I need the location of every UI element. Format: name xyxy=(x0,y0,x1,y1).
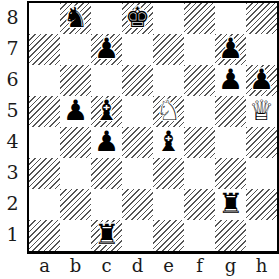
square-c4[interactable]: ♟♟ xyxy=(91,127,122,158)
square-f7[interactable] xyxy=(184,34,215,65)
square-d8[interactable]: ♚♚ xyxy=(122,3,153,34)
file-labels: abcdefgh xyxy=(29,254,277,278)
square-h4[interactable] xyxy=(246,127,277,158)
square-a7[interactable] xyxy=(29,34,60,65)
black-rook-glyph: ♜ xyxy=(91,220,122,251)
square-b4[interactable] xyxy=(60,127,91,158)
square-f5[interactable] xyxy=(184,96,215,127)
square-g4[interactable] xyxy=(215,127,246,158)
piece-black-rook-c1[interactable]: ♜♜ xyxy=(91,220,122,251)
piece-halo: ♜ xyxy=(91,220,122,251)
square-b8[interactable]: ♞♞ xyxy=(60,3,91,34)
piece-halo: ♝ xyxy=(153,127,184,158)
black-knight-glyph: ♞ xyxy=(60,3,91,34)
piece-halo: ♞ xyxy=(153,96,184,127)
rank-label-6: 6 xyxy=(0,64,25,95)
piece-black-pawn-h6[interactable]: ♟♟ xyxy=(246,65,277,96)
piece-halo: ♟ xyxy=(91,127,122,158)
square-e1[interactable] xyxy=(153,220,184,251)
square-a6[interactable] xyxy=(29,65,60,96)
piece-halo: ♟ xyxy=(215,65,246,96)
square-e3[interactable] xyxy=(153,158,184,189)
black-pawn-glyph: ♟ xyxy=(215,65,246,96)
file-label-e: e xyxy=(153,254,184,278)
piece-halo: ♟ xyxy=(60,96,91,127)
square-a2[interactable] xyxy=(29,189,60,220)
black-pawn-glyph: ♟ xyxy=(215,34,246,65)
square-h7[interactable] xyxy=(246,34,277,65)
square-c1[interactable]: ♜♜ xyxy=(91,220,122,251)
square-f6[interactable] xyxy=(184,65,215,96)
black-king-glyph: ♚ xyxy=(122,3,153,34)
file-label-c: c xyxy=(91,254,122,278)
square-c6[interactable] xyxy=(91,65,122,96)
rank-label-1: 1 xyxy=(0,219,25,250)
square-c7[interactable]: ♟♟ xyxy=(91,34,122,65)
rank-label-2: 2 xyxy=(0,188,25,219)
piece-halo: ♞ xyxy=(60,3,91,34)
black-pawn-glyph: ♟ xyxy=(60,96,91,127)
square-g3[interactable] xyxy=(215,158,246,189)
piece-halo: ♟ xyxy=(215,34,246,65)
square-d4[interactable] xyxy=(122,127,153,158)
square-h8[interactable] xyxy=(246,3,277,34)
rank-label-7: 7 xyxy=(0,33,25,64)
square-f8[interactable] xyxy=(184,3,215,34)
piece-black-king-d8[interactable]: ♚♚ xyxy=(122,3,153,34)
square-a3[interactable] xyxy=(29,158,60,189)
black-pawn-glyph: ♟ xyxy=(246,65,277,96)
square-c8[interactable] xyxy=(91,3,122,34)
square-c5[interactable]: ♝♝ xyxy=(91,96,122,127)
piece-halo: ♜ xyxy=(215,189,246,220)
square-d1[interactable] xyxy=(122,220,153,251)
black-bishop-glyph: ♝ xyxy=(91,96,122,127)
square-a4[interactable] xyxy=(29,127,60,158)
square-b5[interactable]: ♟♟ xyxy=(60,96,91,127)
black-rook-glyph: ♜ xyxy=(215,189,246,220)
square-f3[interactable] xyxy=(184,158,215,189)
square-g2[interactable]: ♜♜ xyxy=(215,189,246,220)
square-b2[interactable] xyxy=(60,189,91,220)
file-label-b: b xyxy=(60,254,91,278)
chess-diagram: 87654321 ♞♞♚♚♟♟♟♟♟♟♟♟♟♟♝♝♞♘♛♕♟♟♝♝♜♜♜♜ ab… xyxy=(0,0,279,279)
square-h6[interactable]: ♟♟ xyxy=(246,65,277,96)
square-e6[interactable] xyxy=(153,65,184,96)
square-c3[interactable] xyxy=(91,158,122,189)
square-e7[interactable] xyxy=(153,34,184,65)
square-h3[interactable] xyxy=(246,158,277,189)
rank-label-3: 3 xyxy=(0,157,25,188)
piece-black-knight-b8[interactable]: ♞♞ xyxy=(60,3,91,34)
piece-halo: ♛ xyxy=(246,96,277,127)
square-g7[interactable]: ♟♟ xyxy=(215,34,246,65)
rank-label-4: 4 xyxy=(0,126,25,157)
white-knight-glyph: ♘ xyxy=(153,96,184,127)
piece-black-pawn-c4[interactable]: ♟♟ xyxy=(91,127,122,158)
square-b3[interactable] xyxy=(60,158,91,189)
square-b1[interactable] xyxy=(60,220,91,251)
white-queen-glyph: ♕ xyxy=(246,96,277,127)
square-e8[interactable] xyxy=(153,3,184,34)
square-d5[interactable] xyxy=(122,96,153,127)
square-g8[interactable] xyxy=(215,3,246,34)
piece-white-knight-e5[interactable]: ♞♘ xyxy=(153,96,184,127)
piece-black-pawn-b5[interactable]: ♟♟ xyxy=(60,96,91,127)
file-label-h: h xyxy=(246,254,277,278)
square-f2[interactable] xyxy=(184,189,215,220)
square-d7[interactable] xyxy=(122,34,153,65)
square-f1[interactable] xyxy=(184,220,215,251)
square-f4[interactable] xyxy=(184,127,215,158)
piece-black-bishop-e4[interactable]: ♝♝ xyxy=(153,127,184,158)
square-a8[interactable] xyxy=(29,3,60,34)
square-h1[interactable] xyxy=(246,220,277,251)
square-d2[interactable] xyxy=(122,189,153,220)
chess-board: ♞♞♚♚♟♟♟♟♟♟♟♟♟♟♝♝♞♘♛♕♟♟♝♝♜♜♜♜ xyxy=(27,1,279,254)
square-c2[interactable] xyxy=(91,189,122,220)
black-bishop-glyph: ♝ xyxy=(153,127,184,158)
square-g5[interactable] xyxy=(215,96,246,127)
piece-halo: ♚ xyxy=(122,3,153,34)
square-d3[interactable] xyxy=(122,158,153,189)
square-b7[interactable] xyxy=(60,34,91,65)
square-h2[interactable] xyxy=(246,189,277,220)
square-e4[interactable]: ♝♝ xyxy=(153,127,184,158)
rank-labels: 87654321 xyxy=(0,2,25,250)
file-label-a: a xyxy=(29,254,60,278)
file-label-d: d xyxy=(122,254,153,278)
piece-black-pawn-g7[interactable]: ♟♟ xyxy=(215,34,246,65)
piece-halo: ♝ xyxy=(91,96,122,127)
square-e2[interactable] xyxy=(153,189,184,220)
piece-black-pawn-g6[interactable]: ♟♟ xyxy=(215,65,246,96)
square-h5[interactable]: ♛♕ xyxy=(246,96,277,127)
piece-black-pawn-c7[interactable]: ♟♟ xyxy=(91,34,122,65)
rank-label-5: 5 xyxy=(0,95,25,126)
square-g1[interactable] xyxy=(215,220,246,251)
piece-white-queen-h5[interactable]: ♛♕ xyxy=(246,96,277,127)
piece-halo: ♟ xyxy=(246,65,277,96)
piece-black-bishop-c5[interactable]: ♝♝ xyxy=(91,96,122,127)
piece-halo: ♟ xyxy=(91,34,122,65)
square-g6[interactable]: ♟♟ xyxy=(215,65,246,96)
black-pawn-glyph: ♟ xyxy=(91,34,122,65)
square-a1[interactable] xyxy=(29,220,60,251)
square-b6[interactable] xyxy=(60,65,91,96)
rank-label-8: 8 xyxy=(0,2,25,33)
square-a5[interactable] xyxy=(29,96,60,127)
black-pawn-glyph: ♟ xyxy=(91,127,122,158)
piece-black-rook-g2[interactable]: ♜♜ xyxy=(215,189,246,220)
file-label-f: f xyxy=(184,254,215,278)
square-e5[interactable]: ♞♘ xyxy=(153,96,184,127)
file-label-g: g xyxy=(215,254,246,278)
square-d6[interactable] xyxy=(122,65,153,96)
